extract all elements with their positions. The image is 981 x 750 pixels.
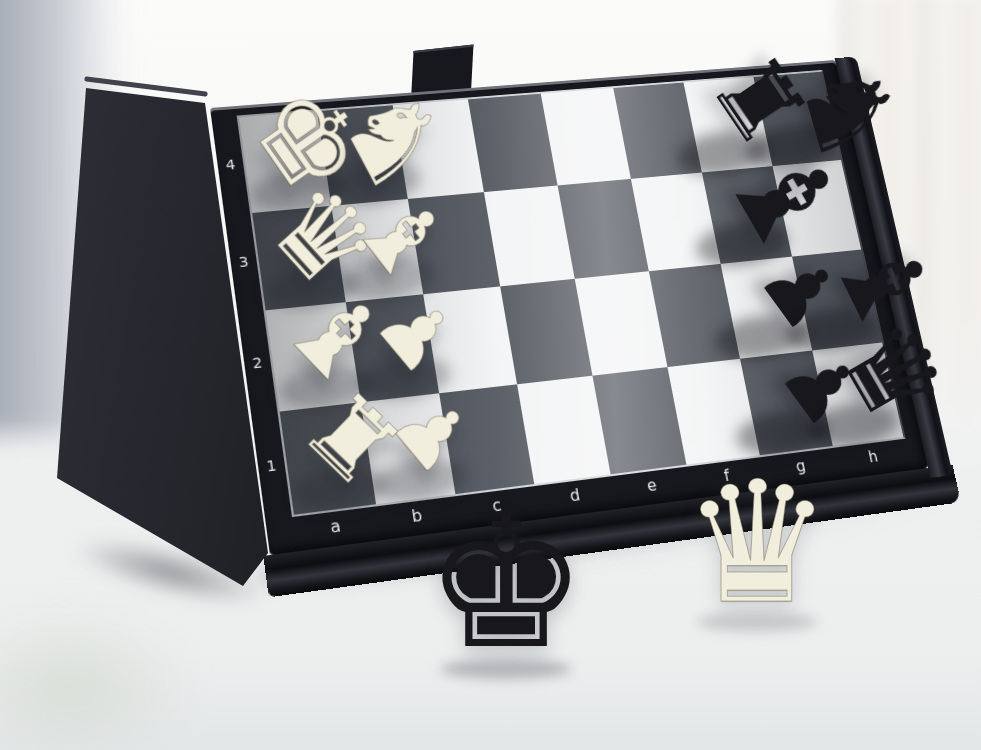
white-queen-on-table[interactable]: ♛	[682, 459, 833, 627]
table-corner-tint	[0, 600, 200, 750]
product-photo-scene: abcdefgh 4321 ♚♞♛♝♝♟♜♟♜♞♝♟♝♟♛ ♚♛	[0, 0, 981, 750]
black-king-on-table[interactable]: ♚	[424, 492, 587, 674]
